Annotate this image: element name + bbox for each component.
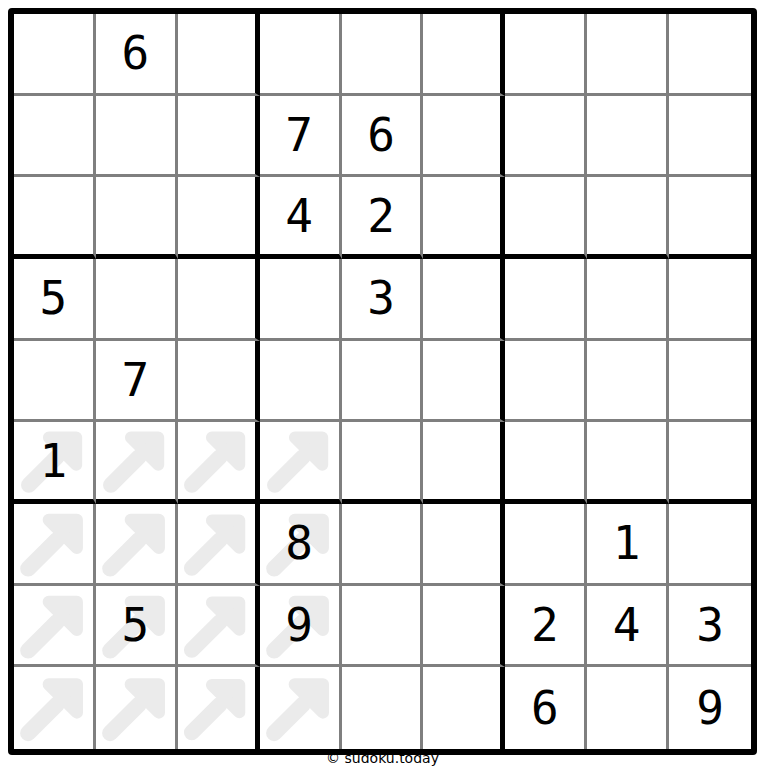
copyright-text: © sudoku.today [8, 750, 757, 766]
cell-r8c4[interactable]: 9 [260, 586, 342, 668]
cell-r5c3[interactable] [178, 341, 260, 423]
cell-r8c5[interactable] [342, 586, 424, 668]
cell-r1c8[interactable] [587, 14, 669, 96]
ne-arrow-icon [14, 667, 93, 749]
cell-r6c4[interactable] [260, 422, 342, 504]
cell-r3c9[interactable] [669, 177, 751, 259]
sudoku-board: 676425371815924369 [8, 8, 757, 755]
given-digit: 7 [121, 357, 149, 403]
cell-r6c9[interactable] [669, 422, 751, 504]
ne-arrow-icon [96, 504, 175, 583]
cell-r4c7[interactable] [505, 259, 587, 341]
cell-r6c3[interactable] [178, 422, 260, 504]
cell-r7c3[interactable] [178, 504, 260, 586]
cell-r7c4[interactable]: 8 [260, 504, 342, 586]
cell-r4c5[interactable]: 3 [342, 259, 424, 341]
cell-r1c4[interactable] [260, 14, 342, 96]
cell-r1c9[interactable] [669, 14, 751, 96]
cell-r9c8[interactable] [587, 667, 669, 749]
cell-r7c6[interactable] [423, 504, 505, 586]
cell-r5c4[interactable] [260, 341, 342, 423]
given-digit: 6 [367, 112, 395, 158]
cell-r2c2[interactable] [96, 96, 178, 178]
cell-r9c2[interactable] [96, 667, 178, 749]
cell-r1c1[interactable] [14, 14, 96, 96]
given-digit: 1 [40, 438, 68, 484]
cell-r6c5[interactable] [342, 422, 424, 504]
cell-r5c5[interactable] [342, 341, 424, 423]
ne-arrow-icon [96, 667, 175, 749]
cell-r2c1[interactable] [14, 96, 96, 178]
cell-r3c4[interactable]: 4 [260, 177, 342, 259]
cell-r1c7[interactable] [505, 14, 587, 96]
cell-r7c7[interactable] [505, 504, 587, 586]
ne-arrow-icon [178, 586, 255, 665]
cell-r8c7[interactable]: 2 [505, 586, 587, 668]
cell-r9c3[interactable] [178, 667, 260, 749]
cell-r4c8[interactable] [587, 259, 669, 341]
cell-r3c1[interactable] [14, 177, 96, 259]
cell-r9c5[interactable] [342, 667, 424, 749]
cell-r2c6[interactable] [423, 96, 505, 178]
cell-r2c9[interactable] [669, 96, 751, 178]
cell-r2c7[interactable] [505, 96, 587, 178]
cell-r7c5[interactable] [342, 504, 424, 586]
given-digit: 8 [285, 520, 313, 566]
cell-r7c1[interactable] [14, 504, 96, 586]
given-digit: 5 [121, 602, 149, 648]
cell-r8c6[interactable] [423, 586, 505, 668]
ne-arrow-icon [178, 422, 255, 499]
given-digit: 2 [367, 193, 395, 239]
cell-r3c6[interactable] [423, 177, 505, 259]
cell-r4c2[interactable] [96, 259, 178, 341]
cell-r4c6[interactable] [423, 259, 505, 341]
cell-r9c4[interactable] [260, 667, 342, 749]
cell-r2c8[interactable] [587, 96, 669, 178]
sudoku-grid: 676425371815924369 [14, 14, 751, 749]
cell-r8c3[interactable] [178, 586, 260, 668]
given-digit: 7 [285, 112, 313, 158]
cell-r2c5[interactable]: 6 [342, 96, 424, 178]
cell-r7c9[interactable] [669, 504, 751, 586]
cell-r5c8[interactable] [587, 341, 669, 423]
cell-r8c2[interactable]: 5 [96, 586, 178, 668]
ne-arrow-icon [14, 586, 93, 665]
cell-r5c2[interactable]: 7 [96, 341, 178, 423]
ne-arrow-icon [260, 422, 339, 499]
cell-r5c9[interactable] [669, 341, 751, 423]
cell-r4c3[interactable] [178, 259, 260, 341]
given-digit: 9 [285, 602, 313, 648]
given-digit: 1 [613, 520, 641, 566]
cell-r3c8[interactable] [587, 177, 669, 259]
cell-r1c3[interactable] [178, 14, 260, 96]
cell-r3c7[interactable] [505, 177, 587, 259]
cell-r6c6[interactable] [423, 422, 505, 504]
ne-arrow-icon [14, 504, 93, 583]
cell-r3c2[interactable] [96, 177, 178, 259]
cell-r2c3[interactable] [178, 96, 260, 178]
ne-arrow-icon [178, 504, 255, 583]
given-digit: 4 [285, 193, 313, 239]
ne-arrow-icon [96, 422, 175, 499]
cell-r3c5[interactable]: 2 [342, 177, 424, 259]
given-digit: 2 [531, 602, 559, 648]
cell-r9c1[interactable] [14, 667, 96, 749]
cell-r1c2[interactable]: 6 [96, 14, 178, 96]
cell-r9c6[interactable] [423, 667, 505, 749]
cell-r4c9[interactable] [669, 259, 751, 341]
given-digit: 6 [121, 30, 149, 76]
ne-arrow-icon [178, 667, 255, 749]
cell-r4c4[interactable] [260, 259, 342, 341]
cell-r6c7[interactable] [505, 422, 587, 504]
cell-r1c6[interactable] [423, 14, 505, 96]
cell-r8c1[interactable] [14, 586, 96, 668]
given-digit: 6 [531, 685, 559, 731]
given-digit: 3 [367, 275, 395, 321]
cell-r3c3[interactable] [178, 177, 260, 259]
cell-r9c9[interactable]: 9 [669, 667, 751, 749]
cell-r8c8[interactable]: 4 [587, 586, 669, 668]
cell-r2c4[interactable]: 7 [260, 96, 342, 178]
cell-r5c1[interactable] [14, 341, 96, 423]
given-digit: 4 [613, 602, 641, 648]
given-digit: 5 [40, 275, 68, 321]
given-digit: 3 [696, 602, 724, 648]
cell-r6c2[interactable] [96, 422, 178, 504]
cell-r7c2[interactable] [96, 504, 178, 586]
cell-r4c1[interactable]: 5 [14, 259, 96, 341]
cell-r5c6[interactable] [423, 341, 505, 423]
cell-r6c1[interactable]: 1 [14, 422, 96, 504]
cell-r5c7[interactable] [505, 341, 587, 423]
cell-r9c7[interactable]: 6 [505, 667, 587, 749]
ne-arrow-icon [260, 667, 339, 749]
puzzle-page: 676425371815924369 © sudoku.today [0, 0, 767, 777]
cell-r6c8[interactable] [587, 422, 669, 504]
cell-r1c5[interactable] [342, 14, 424, 96]
cell-r7c8[interactable]: 1 [587, 504, 669, 586]
cell-r8c9[interactable]: 3 [669, 586, 751, 668]
given-digit: 9 [696, 685, 724, 731]
